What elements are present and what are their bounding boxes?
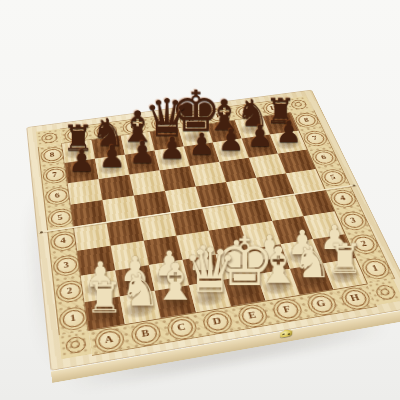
coord-rank-3: 3	[55, 256, 77, 274]
brass-clasp-icon	[280, 326, 293, 338]
coord-rank-6: 6	[47, 188, 67, 203]
piece-glyph-p: ♟	[218, 125, 245, 155]
square-c4	[139, 213, 177, 241]
coord-rank-4: 4	[52, 232, 74, 249]
piece-glyph-r: ♜	[327, 238, 364, 279]
piece-glyph-p: ♟	[275, 117, 302, 147]
piece-glyph-p: ♟	[98, 141, 125, 171]
piece-glyph-p: ♟	[247, 121, 274, 151]
square-d7: ♟	[155, 147, 190, 171]
coord-file-B: B	[133, 323, 158, 344]
piece-glyph-p: ♟	[129, 137, 156, 167]
coord-rank-7: 7	[304, 132, 326, 145]
rosette-icon	[64, 335, 86, 354]
product-photo-scene: ABCDEFGH ABCDEFGH 87654321 87654321 ♜♞♝♛…	[0, 0, 400, 400]
piece-glyph-p: ♟	[68, 145, 95, 176]
coord-rank-8: 8	[42, 148, 61, 162]
piece-glyph-r: ♜	[86, 276, 124, 319]
chess-board: ABCDEFGH ABCDEFGH 87654321 87654321 ♜♞♝♛…	[26, 90, 400, 371]
rosette-icon	[40, 132, 57, 144]
piece-glyph-p: ♟	[188, 129, 215, 159]
square-b6	[99, 175, 134, 200]
piece-glyph-n: ♞	[120, 267, 161, 313]
coord-rank-2: 2	[58, 281, 81, 300]
piece-glyph-p: ♟	[159, 133, 186, 163]
